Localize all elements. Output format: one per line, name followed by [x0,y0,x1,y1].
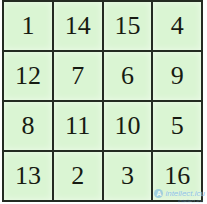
magic-square-board: 11415412769811105132316 [2,0,203,202]
cell-r1c1: 1 [4,2,52,50]
cell-r2c3: 6 [104,52,152,100]
cell-r4c2: 2 [54,152,102,200]
cell-r3c4: 5 [153,102,201,150]
cell-r1c2: 14 [54,2,102,50]
cell-r2c1: 12 [4,52,52,100]
cell-r1c3: 15 [104,2,152,50]
cell-r1c4: 4 [153,2,201,50]
cell-r3c3: 10 [104,102,152,150]
cell-r4c4: 16 [153,152,201,200]
cell-r4c1: 13 [4,152,52,200]
cell-r3c1: 8 [4,102,52,150]
cell-r2c4: 9 [153,52,201,100]
cell-r3c2: 11 [54,102,102,150]
cell-r2c2: 7 [54,52,102,100]
cell-r4c3: 3 [104,152,152,200]
